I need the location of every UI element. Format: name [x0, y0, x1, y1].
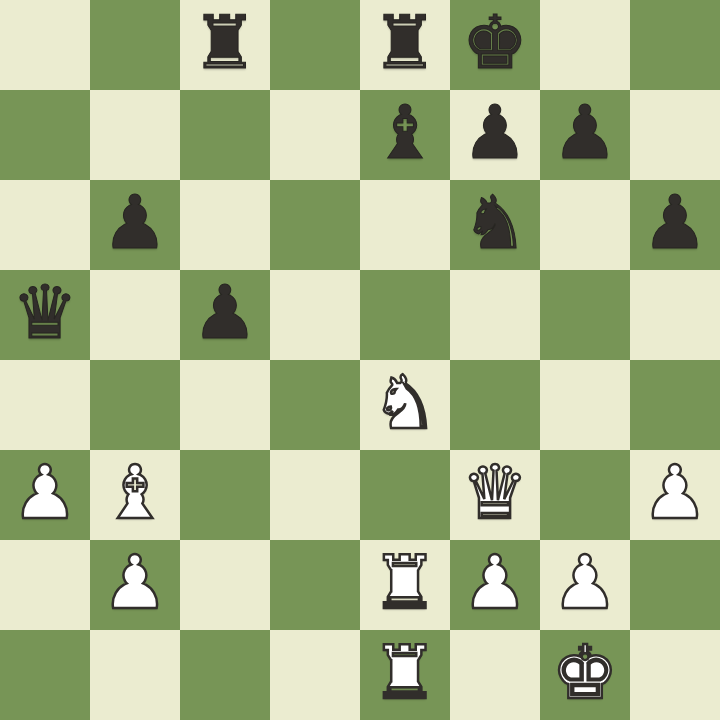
square-e6[interactable] — [360, 180, 450, 270]
piece-white-pawn[interactable]: ♟ — [642, 447, 708, 537]
square-a7[interactable] — [0, 90, 90, 180]
square-g7[interactable]: ♟ — [540, 90, 630, 180]
square-d3[interactable] — [270, 450, 360, 540]
square-b4[interactable] — [90, 360, 180, 450]
piece-black-pawn[interactable]: ♟ — [102, 177, 168, 267]
square-g6[interactable] — [540, 180, 630, 270]
square-g8[interactable] — [540, 0, 630, 90]
piece-black-knight[interactable]: ♞ — [462, 177, 528, 267]
square-d1[interactable] — [270, 630, 360, 720]
square-d5[interactable] — [270, 270, 360, 360]
square-c2[interactable] — [180, 540, 270, 630]
square-f2[interactable]: ♟ — [450, 540, 540, 630]
square-h6[interactable]: ♟ — [630, 180, 720, 270]
piece-white-king[interactable]: ♚ — [552, 627, 618, 717]
square-h8[interactable] — [630, 0, 720, 90]
square-d8[interactable] — [270, 0, 360, 90]
square-a2[interactable] — [0, 540, 90, 630]
piece-white-pawn[interactable]: ♟ — [462, 537, 528, 627]
square-e8[interactable]: ♜ — [360, 0, 450, 90]
square-f4[interactable] — [450, 360, 540, 450]
piece-white-knight[interactable]: ♞ — [372, 357, 438, 447]
square-g2[interactable]: ♟ — [540, 540, 630, 630]
square-c7[interactable] — [180, 90, 270, 180]
square-b1[interactable] — [90, 630, 180, 720]
square-h1[interactable] — [630, 630, 720, 720]
square-a4[interactable] — [0, 360, 90, 450]
square-b5[interactable] — [90, 270, 180, 360]
piece-black-rook[interactable]: ♜ — [372, 0, 438, 87]
piece-black-rook[interactable]: ♜ — [192, 0, 258, 87]
square-h5[interactable] — [630, 270, 720, 360]
square-f5[interactable] — [450, 270, 540, 360]
square-h4[interactable] — [630, 360, 720, 450]
square-f8[interactable]: ♚ — [450, 0, 540, 90]
square-b8[interactable] — [90, 0, 180, 90]
square-b7[interactable] — [90, 90, 180, 180]
piece-black-queen[interactable]: ♛ — [12, 267, 78, 357]
piece-black-pawn[interactable]: ♟ — [192, 267, 258, 357]
square-a5[interactable]: ♛ — [0, 270, 90, 360]
square-c8[interactable]: ♜ — [180, 0, 270, 90]
chess-board: ♜♜♚♝♟♟♟♞♟♛♟♞♟♝♛♟♟♜♟♟♜♚ — [0, 0, 720, 720]
square-d2[interactable] — [270, 540, 360, 630]
square-c6[interactable] — [180, 180, 270, 270]
square-e5[interactable] — [360, 270, 450, 360]
piece-white-bishop[interactable]: ♝ — [102, 447, 168, 537]
piece-black-pawn[interactable]: ♟ — [462, 87, 528, 177]
square-c5[interactable]: ♟ — [180, 270, 270, 360]
square-g3[interactable] — [540, 450, 630, 540]
square-c3[interactable] — [180, 450, 270, 540]
square-b3[interactable]: ♝ — [90, 450, 180, 540]
piece-white-rook[interactable]: ♜ — [372, 627, 438, 717]
square-a1[interactable] — [0, 630, 90, 720]
square-h3[interactable]: ♟ — [630, 450, 720, 540]
piece-white-pawn[interactable]: ♟ — [552, 537, 618, 627]
square-g4[interactable] — [540, 360, 630, 450]
piece-white-queen[interactable]: ♛ — [462, 447, 528, 537]
piece-black-king[interactable]: ♚ — [462, 0, 528, 87]
square-g5[interactable] — [540, 270, 630, 360]
square-a6[interactable] — [0, 180, 90, 270]
square-e1[interactable]: ♜ — [360, 630, 450, 720]
square-e4[interactable]: ♞ — [360, 360, 450, 450]
square-c1[interactable] — [180, 630, 270, 720]
square-c4[interactable] — [180, 360, 270, 450]
square-b6[interactable]: ♟ — [90, 180, 180, 270]
piece-black-bishop[interactable]: ♝ — [372, 87, 438, 177]
square-b2[interactable]: ♟ — [90, 540, 180, 630]
square-f1[interactable] — [450, 630, 540, 720]
square-d7[interactable] — [270, 90, 360, 180]
square-f7[interactable]: ♟ — [450, 90, 540, 180]
square-f6[interactable]: ♞ — [450, 180, 540, 270]
piece-white-pawn[interactable]: ♟ — [12, 447, 78, 537]
square-h2[interactable] — [630, 540, 720, 630]
piece-white-rook[interactable]: ♜ — [372, 537, 438, 627]
square-h7[interactable] — [630, 90, 720, 180]
piece-black-pawn[interactable]: ♟ — [552, 87, 618, 177]
square-a3[interactable]: ♟ — [0, 450, 90, 540]
square-e2[interactable]: ♜ — [360, 540, 450, 630]
square-a8[interactable] — [0, 0, 90, 90]
square-e7[interactable]: ♝ — [360, 90, 450, 180]
square-d6[interactable] — [270, 180, 360, 270]
square-f3[interactable]: ♛ — [450, 450, 540, 540]
square-g1[interactable]: ♚ — [540, 630, 630, 720]
piece-black-pawn[interactable]: ♟ — [642, 177, 708, 267]
square-e3[interactable] — [360, 450, 450, 540]
piece-white-pawn[interactable]: ♟ — [102, 537, 168, 627]
square-d4[interactable] — [270, 360, 360, 450]
